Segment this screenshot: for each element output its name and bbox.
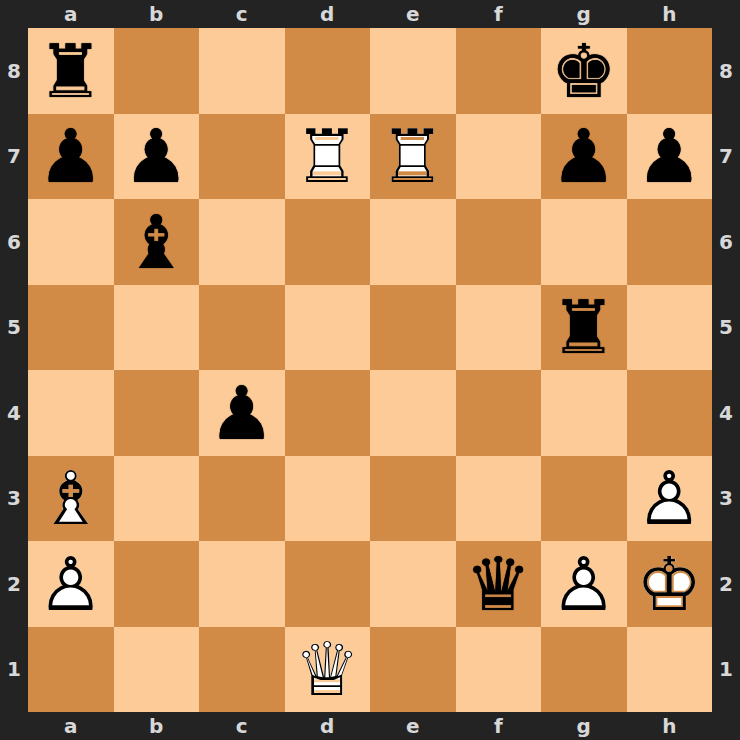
square-h3[interactable]: ♟♙	[627, 456, 713, 542]
square-a1[interactable]	[28, 627, 114, 713]
black-pawn: ♟	[541, 114, 627, 200]
white-king: ♚♔	[627, 541, 713, 627]
square-f1[interactable]	[456, 627, 542, 713]
black-pawn: ♟	[28, 114, 114, 200]
black-rook: ♜	[28, 28, 114, 114]
white-pawn-outline: ♙	[28, 541, 114, 627]
square-h2[interactable]: ♚♔	[627, 541, 713, 627]
white-queen: ♛♕	[285, 627, 371, 713]
square-c4[interactable]: ♟	[199, 370, 285, 456]
square-c1[interactable]	[199, 627, 285, 713]
square-d5[interactable]	[285, 285, 371, 371]
black-pawn: ♟	[627, 114, 713, 200]
square-g1[interactable]	[541, 627, 627, 713]
square-b5[interactable]	[114, 285, 200, 371]
black-rook: ♜	[541, 285, 627, 371]
rank-label: 5	[712, 285, 740, 371]
white-pawn: ♟♙	[28, 541, 114, 627]
square-h1[interactable]	[627, 627, 713, 713]
rank-label: 3	[712, 456, 740, 542]
black-pawn: ♟	[114, 114, 200, 200]
square-g7[interactable]: ♟	[541, 114, 627, 200]
rank-label: 4	[712, 370, 740, 456]
black-queen-glyph: ♛	[456, 541, 542, 627]
file-labels-top: abcdefgh	[28, 0, 712, 28]
square-a3[interactable]: ♝♗	[28, 456, 114, 542]
file-label: e	[370, 0, 456, 28]
square-c5[interactable]	[199, 285, 285, 371]
file-label: d	[285, 712, 371, 740]
square-f7[interactable]	[456, 114, 542, 200]
black-pawn-glyph: ♟	[28, 114, 114, 200]
square-d8[interactable]	[285, 28, 371, 114]
white-pawn-outline: ♙	[541, 541, 627, 627]
black-king: ♚	[541, 28, 627, 114]
square-f2[interactable]: ♛	[456, 541, 542, 627]
square-d7[interactable]: ♜♖	[285, 114, 371, 200]
rank-label: 8	[0, 28, 28, 114]
square-c3[interactable]	[199, 456, 285, 542]
black-pawn-glyph: ♟	[541, 114, 627, 200]
square-b1[interactable]	[114, 627, 200, 713]
white-rook-outline: ♖	[285, 114, 371, 200]
square-h8[interactable]	[627, 28, 713, 114]
square-g2[interactable]: ♟♙	[541, 541, 627, 627]
black-bishop-glyph: ♝	[114, 199, 200, 285]
black-king-glyph: ♚	[541, 28, 627, 114]
square-h4[interactable]	[627, 370, 713, 456]
black-rook-glyph: ♜	[541, 285, 627, 371]
square-c6[interactable]	[199, 199, 285, 285]
square-h7[interactable]: ♟	[627, 114, 713, 200]
black-pawn-glyph: ♟	[199, 370, 285, 456]
white-pawn: ♟♙	[627, 456, 713, 542]
square-g8[interactable]: ♚	[541, 28, 627, 114]
square-d1[interactable]: ♛♕	[285, 627, 371, 713]
square-a4[interactable]	[28, 370, 114, 456]
rank-label: 1	[712, 627, 740, 713]
square-e4[interactable]	[370, 370, 456, 456]
rank-labels-right: 87654321	[712, 28, 740, 712]
square-g5[interactable]: ♜	[541, 285, 627, 371]
black-queen: ♛	[456, 541, 542, 627]
square-e3[interactable]	[370, 456, 456, 542]
white-pawn: ♟♙	[541, 541, 627, 627]
rank-label: 5	[0, 285, 28, 371]
black-pawn-glyph: ♟	[114, 114, 200, 200]
white-rook: ♜♖	[285, 114, 371, 200]
chess-board-frame: abcdefgh abcdefgh 87654321 87654321 ♜♚♟♟…	[0, 0, 740, 740]
file-label: f	[456, 0, 542, 28]
square-e2[interactable]	[370, 541, 456, 627]
rank-label: 4	[0, 370, 28, 456]
square-f3[interactable]	[456, 456, 542, 542]
square-e5[interactable]	[370, 285, 456, 371]
black-pawn: ♟	[199, 370, 285, 456]
square-b2[interactable]	[114, 541, 200, 627]
square-a6[interactable]	[28, 199, 114, 285]
black-pawn-glyph: ♟	[627, 114, 713, 200]
chess-board: ♜♚♟♟♜♖♜♖♟♟♝♜♟♝♗♟♙♟♙♛♟♙♚♔♛♕	[28, 28, 712, 712]
file-label: c	[199, 0, 285, 28]
file-label: c	[199, 712, 285, 740]
square-b3[interactable]	[114, 456, 200, 542]
square-a7[interactable]: ♟	[28, 114, 114, 200]
white-rook-outline: ♖	[370, 114, 456, 200]
square-b7[interactable]: ♟	[114, 114, 200, 200]
rank-labels-left: 87654321	[0, 28, 28, 712]
square-c8[interactable]	[199, 28, 285, 114]
square-c2[interactable]	[199, 541, 285, 627]
file-label: g	[541, 712, 627, 740]
file-label: a	[28, 0, 114, 28]
square-f5[interactable]	[456, 285, 542, 371]
square-f6[interactable]	[456, 199, 542, 285]
rank-label: 2	[0, 541, 28, 627]
square-b8[interactable]	[114, 28, 200, 114]
file-label: h	[627, 712, 713, 740]
black-bishop: ♝	[114, 199, 200, 285]
white-king-outline: ♔	[627, 541, 713, 627]
square-e7[interactable]: ♜♖	[370, 114, 456, 200]
square-g6[interactable]	[541, 199, 627, 285]
square-h5[interactable]	[627, 285, 713, 371]
white-rook: ♜♖	[370, 114, 456, 200]
rank-label: 2	[712, 541, 740, 627]
square-g3[interactable]	[541, 456, 627, 542]
file-label: h	[627, 0, 713, 28]
rank-label: 6	[0, 199, 28, 285]
square-h6[interactable]	[627, 199, 713, 285]
file-label: b	[114, 712, 200, 740]
square-a5[interactable]	[28, 285, 114, 371]
rank-label: 3	[0, 456, 28, 542]
file-labels-bottom: abcdefgh	[28, 712, 712, 740]
square-f8[interactable]	[456, 28, 542, 114]
white-bishop-outline: ♗	[28, 456, 114, 542]
rank-label: 6	[712, 199, 740, 285]
black-rook-glyph: ♜	[28, 28, 114, 114]
square-g4[interactable]	[541, 370, 627, 456]
square-e8[interactable]	[370, 28, 456, 114]
file-label: g	[541, 0, 627, 28]
file-label: b	[114, 0, 200, 28]
white-bishop: ♝♗	[28, 456, 114, 542]
white-pawn-outline: ♙	[627, 456, 713, 542]
file-label: e	[370, 712, 456, 740]
square-b4[interactable]	[114, 370, 200, 456]
square-d4[interactable]	[285, 370, 371, 456]
file-label: f	[456, 712, 542, 740]
square-f4[interactable]	[456, 370, 542, 456]
file-label: d	[285, 0, 371, 28]
square-c7[interactable]	[199, 114, 285, 200]
square-e1[interactable]	[370, 627, 456, 713]
square-d2[interactable]	[285, 541, 371, 627]
square-a8[interactable]: ♜	[28, 28, 114, 114]
square-d6[interactable]	[285, 199, 371, 285]
rank-label: 8	[712, 28, 740, 114]
rank-label: 7	[712, 114, 740, 200]
square-e6[interactable]	[370, 199, 456, 285]
rank-label: 1	[0, 627, 28, 713]
white-queen-outline: ♕	[285, 627, 371, 713]
square-b6[interactable]: ♝	[114, 199, 200, 285]
file-label: a	[28, 712, 114, 740]
rank-label: 7	[0, 114, 28, 200]
square-a2[interactable]: ♟♙	[28, 541, 114, 627]
square-d3[interactable]	[285, 456, 371, 542]
